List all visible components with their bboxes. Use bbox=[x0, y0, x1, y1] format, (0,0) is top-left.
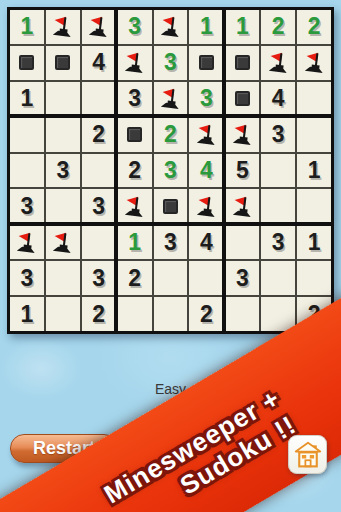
cell-r4c4[interactable] bbox=[118, 118, 152, 152]
flag-icon bbox=[228, 121, 256, 149]
flag-icon bbox=[49, 228, 77, 256]
cell-r4c8[interactable]: 3 bbox=[261, 118, 295, 152]
black-digit: 3 bbox=[56, 159, 69, 182]
flag-icon bbox=[13, 228, 41, 256]
flag-icon bbox=[264, 49, 292, 77]
mine-icon bbox=[235, 91, 250, 106]
black-digit: 3 bbox=[272, 231, 285, 254]
cell-r8c1[interactable]: 3 bbox=[10, 261, 44, 295]
cell-r7c4[interactable]: 1 bbox=[118, 225, 152, 259]
cell-r3c2[interactable] bbox=[46, 82, 80, 116]
flag-icon bbox=[121, 49, 149, 77]
green-digit: 3 bbox=[200, 87, 213, 110]
cell-r5c4[interactable]: 2 bbox=[118, 154, 152, 188]
green-digit: 2 bbox=[272, 15, 285, 38]
mine-icon bbox=[127, 127, 142, 142]
cell-r6c9[interactable] bbox=[297, 189, 331, 223]
black-digit: 3 bbox=[128, 87, 141, 110]
cell-r4c3[interactable]: 2 bbox=[82, 118, 116, 152]
black-digit: 4 bbox=[92, 51, 105, 74]
cell-r5c7[interactable]: 5 bbox=[225, 154, 259, 188]
cell-r7c9[interactable]: 1 bbox=[297, 225, 331, 259]
cell-r4c6[interactable] bbox=[189, 118, 223, 152]
cell-r1c8[interactable]: 2 bbox=[261, 10, 295, 44]
flag-icon bbox=[192, 121, 220, 149]
cell-r4c5[interactable]: 2 bbox=[154, 118, 188, 152]
cell-r5c6[interactable]: 4 bbox=[189, 154, 223, 188]
green-digit: 2 bbox=[164, 123, 177, 146]
cell-r9c4[interactable] bbox=[118, 297, 152, 331]
cell-r3c3[interactable] bbox=[82, 82, 116, 116]
cell-r9c2[interactable] bbox=[46, 297, 80, 331]
cell-r4c9[interactable] bbox=[297, 118, 331, 152]
cell-r4c2[interactable] bbox=[46, 118, 80, 152]
cell-r5c5[interactable]: 3 bbox=[154, 154, 188, 188]
cell-r1c1[interactable]: 1 bbox=[10, 10, 44, 44]
black-digit: 1 bbox=[21, 87, 34, 110]
black-digit: 2 bbox=[92, 123, 105, 146]
green-digit: 4 bbox=[200, 159, 213, 182]
flag-icon bbox=[85, 13, 113, 41]
cell-r3c6[interactable]: 3 bbox=[189, 82, 223, 116]
cell-r6c7[interactable] bbox=[225, 189, 259, 223]
cell-r6c3[interactable]: 3 bbox=[82, 189, 116, 223]
mine-icon bbox=[235, 55, 250, 70]
cell-r2c3[interactable]: 4 bbox=[82, 46, 116, 80]
cell-r8c2[interactable] bbox=[46, 261, 80, 295]
green-digit: 2 bbox=[308, 15, 321, 38]
block-divider-horizontal-2 bbox=[10, 222, 331, 226]
cell-r5c1[interactable] bbox=[10, 154, 44, 188]
cell-r6c4[interactable] bbox=[118, 189, 152, 223]
black-digit: 5 bbox=[236, 159, 249, 182]
flag-icon bbox=[49, 13, 77, 41]
block-divider-horizontal-1 bbox=[10, 114, 331, 118]
cell-r6c1[interactable]: 3 bbox=[10, 189, 44, 223]
green-digit: 3 bbox=[128, 15, 141, 38]
cell-r9c8[interactable] bbox=[261, 297, 295, 331]
cell-r2c6[interactable] bbox=[189, 46, 223, 80]
cell-r3c8[interactable]: 4 bbox=[261, 82, 295, 116]
cell-r8c6[interactable] bbox=[189, 261, 223, 295]
cell-r9c6[interactable]: 2 bbox=[189, 297, 223, 331]
mine-icon bbox=[163, 199, 178, 214]
black-digit: 1 bbox=[21, 303, 34, 326]
cell-r7c3[interactable] bbox=[82, 225, 116, 259]
cell-r5c8[interactable] bbox=[261, 154, 295, 188]
flag-icon bbox=[157, 85, 185, 113]
flag-icon bbox=[121, 192, 149, 220]
cell-r4c7[interactable] bbox=[225, 118, 259, 152]
mine-icon bbox=[19, 55, 34, 70]
cell-r2c2[interactable] bbox=[46, 46, 80, 80]
cell-r1c4[interactable]: 3 bbox=[118, 10, 152, 44]
green-digit: 1 bbox=[128, 231, 141, 254]
black-digit: 2 bbox=[128, 159, 141, 182]
cell-r9c3[interactable]: 2 bbox=[82, 297, 116, 331]
block-divider-vertical-1 bbox=[114, 10, 118, 331]
black-digit: 4 bbox=[200, 231, 213, 254]
block-divider-vertical-2 bbox=[222, 10, 226, 331]
black-digit: 3 bbox=[272, 123, 285, 146]
cell-r6c2[interactable] bbox=[46, 189, 80, 223]
cell-r9c7[interactable] bbox=[225, 297, 259, 331]
cell-r2c4[interactable] bbox=[118, 46, 152, 80]
cell-r7c1[interactable] bbox=[10, 225, 44, 259]
cell-r8c4[interactable]: 2 bbox=[118, 261, 152, 295]
cell-r8c7[interactable]: 3 bbox=[225, 261, 259, 295]
cell-r2c1[interactable] bbox=[10, 46, 44, 80]
green-digit: 3 bbox=[164, 51, 177, 74]
cell-r8c3[interactable]: 3 bbox=[82, 261, 116, 295]
cell-r1c7[interactable]: 1 bbox=[225, 10, 259, 44]
black-digit: 2 bbox=[128, 267, 141, 290]
cell-r1c2[interactable] bbox=[46, 10, 80, 44]
black-digit: 3 bbox=[92, 267, 105, 290]
cell-r1c6[interactable]: 1 bbox=[189, 10, 223, 44]
board-grid: 1 3 11224 3 13 3 bbox=[10, 10, 331, 331]
green-digit: 3 bbox=[164, 159, 177, 182]
cell-r7c7[interactable] bbox=[225, 225, 259, 259]
home-button[interactable] bbox=[288, 435, 327, 474]
black-digit: 4 bbox=[272, 87, 285, 110]
mine-icon bbox=[199, 55, 214, 70]
cell-r6c8[interactable] bbox=[261, 189, 295, 223]
black-digit: 1 bbox=[308, 231, 321, 254]
black-digit: 2 bbox=[92, 303, 105, 326]
cell-r3c9[interactable] bbox=[297, 82, 331, 116]
black-digit: 2 bbox=[200, 303, 213, 326]
cell-r2c7[interactable] bbox=[225, 46, 259, 80]
cell-r8c5[interactable] bbox=[154, 261, 188, 295]
green-digit: 1 bbox=[200, 15, 213, 38]
flag-icon bbox=[192, 192, 220, 220]
flag-icon bbox=[228, 192, 256, 220]
cell-r7c2[interactable] bbox=[46, 225, 80, 259]
cell-r2c5[interactable]: 3 bbox=[154, 46, 188, 80]
cell-r3c4[interactable]: 3 bbox=[118, 82, 152, 116]
cell-r1c5[interactable] bbox=[154, 10, 188, 44]
cell-r5c2[interactable]: 3 bbox=[46, 154, 80, 188]
cell-r1c3[interactable] bbox=[82, 10, 116, 44]
cell-r9c1[interactable]: 1 bbox=[10, 297, 44, 331]
cell-r3c7[interactable] bbox=[225, 82, 259, 116]
cell-r1c9[interactable]: 2 bbox=[297, 10, 331, 44]
green-digit: 1 bbox=[236, 15, 249, 38]
cell-r7c5[interactable]: 3 bbox=[154, 225, 188, 259]
green-digit: 1 bbox=[21, 15, 34, 38]
cell-r8c9[interactable] bbox=[297, 261, 331, 295]
home-icon bbox=[294, 441, 322, 469]
flag-icon bbox=[157, 13, 185, 41]
cell-r6c6[interactable] bbox=[189, 189, 223, 223]
cell-r6c5[interactable] bbox=[154, 189, 188, 223]
cell-r3c1[interactable]: 1 bbox=[10, 82, 44, 116]
cell-r7c8[interactable]: 3 bbox=[261, 225, 295, 259]
cell-r3c5[interactable] bbox=[154, 82, 188, 116]
cell-r8c8[interactable] bbox=[261, 261, 295, 295]
mine-icon bbox=[55, 55, 70, 70]
black-digit: 1 bbox=[308, 159, 321, 182]
black-digit: 3 bbox=[21, 267, 34, 290]
cell-r9c5[interactable] bbox=[154, 297, 188, 331]
cell-r4c1[interactable] bbox=[10, 118, 44, 152]
cell-r2c8[interactable] bbox=[261, 46, 295, 80]
cell-r5c3[interactable] bbox=[82, 154, 116, 188]
black-digit: 3 bbox=[236, 267, 249, 290]
black-digit: 3 bbox=[21, 195, 34, 218]
cell-r7c6[interactable]: 4 bbox=[189, 225, 223, 259]
game-board: 1 3 11224 3 13 3 bbox=[7, 7, 334, 334]
black-digit: 3 bbox=[92, 195, 105, 218]
black-digit: 3 bbox=[164, 231, 177, 254]
cell-r2c9[interactable] bbox=[297, 46, 331, 80]
cell-r5c9[interactable]: 1 bbox=[297, 154, 331, 188]
flag-icon bbox=[300, 49, 328, 77]
